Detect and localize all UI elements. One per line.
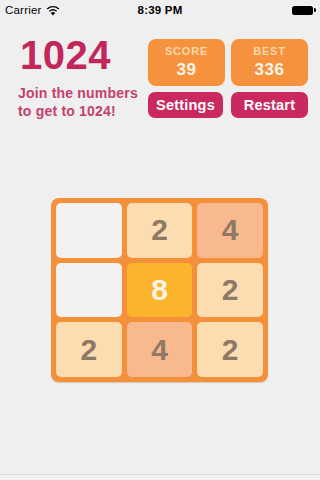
battery-nub	[314, 8, 316, 12]
best-box: BEST 336	[231, 39, 308, 86]
tile-r1c3-value-4: 4	[197, 203, 263, 258]
status-bar: Carrier 8:39 PM	[0, 0, 320, 20]
best-label: BEST	[253, 45, 286, 57]
subtitle-line1: Join the numbers	[18, 85, 138, 103]
tile-r3c1-value-2: 2	[56, 322, 122, 377]
score-box: SCORE 39	[148, 39, 225, 86]
tile-r2c1-empty	[56, 263, 122, 318]
app-screen: Carrier 8:39 PM 1024 Join the numbers to…	[0, 0, 320, 480]
tile-r3c3-value-2: 2	[197, 322, 263, 377]
battery-body	[292, 6, 313, 15]
bottom-strip	[0, 475, 320, 480]
score-value: 39	[177, 60, 197, 80]
tile-r2c2-value-8: 8	[127, 263, 193, 318]
subtitle: Join the numbers to get to 1024!	[18, 85, 138, 120]
subtitle-line2: to get to 1024!	[18, 103, 138, 121]
restart-button[interactable]: Restart	[231, 92, 308, 118]
battery-icon	[292, 6, 316, 15]
score-label: SCORE	[165, 45, 208, 57]
tile-r1c1-empty	[56, 203, 122, 258]
tile-r1c2-value-2: 2	[127, 203, 193, 258]
settings-button[interactable]: Settings	[148, 92, 223, 118]
tile-r3c2-value-4: 4	[127, 322, 193, 377]
tile-r2c3-value-2: 2	[197, 263, 263, 318]
clock: 8:39 PM	[0, 4, 320, 16]
game-board[interactable]: 2482242	[51, 198, 268, 382]
best-value: 336	[255, 60, 285, 80]
page-title: 1024	[20, 34, 111, 76]
